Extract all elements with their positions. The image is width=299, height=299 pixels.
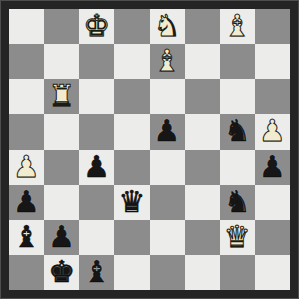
chess-board-frame: ♚♞♝♝♜♟♞♟♟♟♟♟♛♞♝♟♛♚♝ xyxy=(0,0,299,299)
square-d4[interactable] xyxy=(114,150,149,185)
square-b2[interactable]: ♟ xyxy=(44,220,79,255)
white-pawn-piece[interactable]: ♟ xyxy=(259,114,286,148)
square-a5[interactable] xyxy=(9,114,44,149)
square-a2[interactable]: ♝ xyxy=(9,220,44,255)
black-pawn-piece[interactable]: ♟ xyxy=(83,150,110,184)
square-g4[interactable] xyxy=(220,150,255,185)
square-a4[interactable]: ♟ xyxy=(9,150,44,185)
white-queen-piece[interactable]: ♛ xyxy=(224,220,251,254)
square-h8[interactable] xyxy=(255,9,290,44)
black-knight-piece[interactable]: ♞ xyxy=(224,114,251,148)
square-f4[interactable] xyxy=(185,150,220,185)
square-f5[interactable] xyxy=(185,114,220,149)
square-h7[interactable] xyxy=(255,44,290,79)
black-pawn-piece[interactable]: ♟ xyxy=(259,150,286,184)
square-e3[interactable] xyxy=(150,185,185,220)
square-b7[interactable] xyxy=(44,44,79,79)
chess-board: ♚♞♝♝♜♟♞♟♟♟♟♟♛♞♝♟♛♚♝ xyxy=(9,9,290,290)
square-b5[interactable] xyxy=(44,114,79,149)
square-c3[interactable] xyxy=(79,185,114,220)
white-pawn-piece[interactable]: ♟ xyxy=(13,150,40,184)
square-f7[interactable] xyxy=(185,44,220,79)
square-c2[interactable] xyxy=(79,220,114,255)
square-h1[interactable] xyxy=(255,255,290,290)
square-e4[interactable] xyxy=(150,150,185,185)
square-g3[interactable]: ♞ xyxy=(220,185,255,220)
black-queen-piece[interactable]: ♛ xyxy=(118,185,145,219)
square-g8[interactable]: ♝ xyxy=(220,9,255,44)
square-g6[interactable] xyxy=(220,79,255,114)
square-g7[interactable] xyxy=(220,44,255,79)
square-h5[interactable]: ♟ xyxy=(255,114,290,149)
square-f6[interactable] xyxy=(185,79,220,114)
square-c7[interactable] xyxy=(79,44,114,79)
square-c1[interactable]: ♝ xyxy=(79,255,114,290)
square-d6[interactable] xyxy=(114,79,149,114)
black-bishop-piece[interactable]: ♝ xyxy=(13,220,40,254)
square-b6[interactable]: ♜ xyxy=(44,79,79,114)
square-a3[interactable]: ♟ xyxy=(9,185,44,220)
square-f2[interactable] xyxy=(185,220,220,255)
square-f1[interactable] xyxy=(185,255,220,290)
square-g5[interactable]: ♞ xyxy=(220,114,255,149)
square-c4[interactable]: ♟ xyxy=(79,150,114,185)
square-h6[interactable] xyxy=(255,79,290,114)
square-d8[interactable] xyxy=(114,9,149,44)
square-h3[interactable] xyxy=(255,185,290,220)
square-f8[interactable] xyxy=(185,9,220,44)
square-a6[interactable] xyxy=(9,79,44,114)
black-knight-piece[interactable]: ♞ xyxy=(224,185,251,219)
square-g2[interactable]: ♛ xyxy=(220,220,255,255)
square-a1[interactable] xyxy=(9,255,44,290)
square-b1[interactable]: ♚ xyxy=(44,255,79,290)
black-king-piece[interactable]: ♚ xyxy=(48,255,75,289)
square-h4[interactable]: ♟ xyxy=(255,150,290,185)
square-b8[interactable] xyxy=(44,9,79,44)
white-knight-piece[interactable]: ♞ xyxy=(154,9,181,43)
square-b4[interactable] xyxy=(44,150,79,185)
square-e8[interactable]: ♞ xyxy=(150,9,185,44)
square-d3[interactable]: ♛ xyxy=(114,185,149,220)
square-e5[interactable]: ♟ xyxy=(150,114,185,149)
white-bishop-piece[interactable]: ♝ xyxy=(154,44,181,78)
square-e1[interactable] xyxy=(150,255,185,290)
white-rook-piece[interactable]: ♜ xyxy=(48,79,75,113)
square-h2[interactable] xyxy=(255,220,290,255)
black-pawn-piece[interactable]: ♟ xyxy=(48,220,75,254)
black-pawn-piece[interactable]: ♟ xyxy=(154,114,181,148)
square-a8[interactable] xyxy=(9,9,44,44)
square-d2[interactable] xyxy=(114,220,149,255)
white-bishop-piece[interactable]: ♝ xyxy=(224,9,251,43)
black-bishop-piece[interactable]: ♝ xyxy=(83,255,110,289)
black-pawn-piece[interactable]: ♟ xyxy=(13,185,40,219)
square-f3[interactable] xyxy=(185,185,220,220)
square-e6[interactable] xyxy=(150,79,185,114)
square-b3[interactable] xyxy=(44,185,79,220)
square-e7[interactable]: ♝ xyxy=(150,44,185,79)
square-e2[interactable] xyxy=(150,220,185,255)
square-a7[interactable] xyxy=(9,44,44,79)
square-d7[interactable] xyxy=(114,44,149,79)
square-g1[interactable] xyxy=(220,255,255,290)
square-c6[interactable] xyxy=(79,79,114,114)
square-c8[interactable]: ♚ xyxy=(79,9,114,44)
square-d1[interactable] xyxy=(114,255,149,290)
white-king-piece[interactable]: ♚ xyxy=(83,9,110,43)
square-c5[interactable] xyxy=(79,114,114,149)
square-d5[interactable] xyxy=(114,114,149,149)
